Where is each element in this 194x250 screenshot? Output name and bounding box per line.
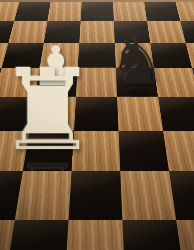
square-c8-light: [47, 2, 81, 21]
square-b8-dark: [14, 2, 50, 21]
board-scene: ♟♟♞♞♜♜: [0, 0, 194, 250]
square-d6-dark: [78, 43, 116, 68]
square-b5-light: [0, 68, 40, 97]
square-c6-light: [40, 43, 80, 68]
chessboard-photo: ♟♟♞♞♜♜: [0, 0, 194, 250]
square-e1-dark: [122, 220, 185, 250]
square-f4-dark: [158, 97, 194, 131]
square-e3-dark: [119, 131, 169, 171]
square-e7-dark: [114, 21, 150, 43]
square-c7-dark: [44, 21, 81, 43]
square-e4-light: [117, 97, 163, 131]
square-e8-light: [113, 2, 147, 21]
square-c1-dark: [5, 220, 69, 250]
square-f8-dark: [144, 2, 180, 21]
square-d5-light: [76, 68, 117, 97]
square-c2-light: [15, 171, 72, 220]
square-e6-light: [115, 43, 154, 68]
square-f3-light: [163, 131, 194, 171]
square-c5-dark: ♟♟: [35, 68, 78, 97]
square-b4-dark: [0, 97, 35, 131]
square-e5-dark: ♞♞: [116, 68, 158, 97]
square-d3-light: [72, 131, 121, 171]
square-b7-light: [8, 21, 47, 43]
square-d1-light: [65, 220, 125, 250]
square-f7-light: [147, 21, 186, 43]
square-d2-dark: [69, 171, 123, 220]
square-d4-dark: [74, 97, 119, 131]
square-d8-dark: [81, 2, 114, 21]
chess-board: ♟♟♞♞♜♜: [0, 2, 194, 250]
square-c4-light: [29, 97, 76, 131]
square-f5-light: [154, 68, 194, 97]
square-e2-light: [120, 171, 176, 220]
square-b6-dark: [2, 43, 44, 68]
square-d7-light: [79, 21, 114, 43]
square-c3-dark: ♜♜: [23, 131, 74, 171]
